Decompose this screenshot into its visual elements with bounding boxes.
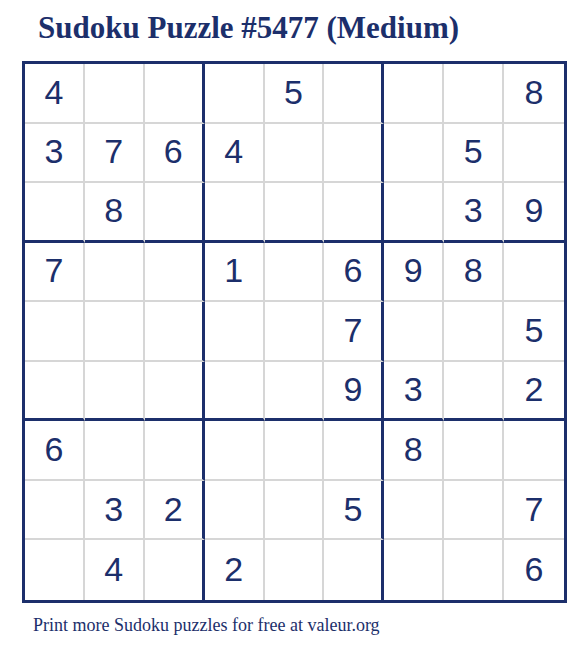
cell-r7c8 bbox=[444, 421, 504, 481]
given-digit: 4 bbox=[44, 75, 63, 109]
cell-r8c5 bbox=[265, 481, 325, 541]
given-digit: 4 bbox=[104, 552, 123, 586]
cell-r9c3 bbox=[145, 540, 205, 600]
cell-r3c3 bbox=[145, 183, 205, 243]
cell-r6c7: 3 bbox=[384, 362, 444, 422]
cell-r5c1 bbox=[25, 302, 85, 362]
cell-r7c6 bbox=[324, 421, 384, 481]
given-digit: 7 bbox=[44, 253, 63, 287]
cell-r2c3: 6 bbox=[145, 124, 205, 184]
given-digit: 1 bbox=[224, 253, 243, 287]
given-digit: 9 bbox=[404, 253, 423, 287]
cell-r4c7: 9 bbox=[384, 243, 444, 303]
cell-r6c2 bbox=[85, 362, 145, 422]
cell-r3c1 bbox=[25, 183, 85, 243]
cell-r2c2: 7 bbox=[85, 124, 145, 184]
cell-r8c3: 2 bbox=[145, 481, 205, 541]
cell-r4c9 bbox=[504, 243, 564, 303]
cell-r6c1 bbox=[25, 362, 85, 422]
cell-r9c1 bbox=[25, 540, 85, 600]
cell-r1c8 bbox=[444, 64, 504, 124]
sudoku-grid: 458376458397169875932683257426 bbox=[22, 61, 567, 603]
cell-r7c7: 8 bbox=[384, 421, 444, 481]
given-digit: 2 bbox=[224, 552, 243, 586]
given-digit: 8 bbox=[404, 432, 423, 466]
given-digit: 5 bbox=[464, 134, 483, 168]
page-title: Sudoku Puzzle #5477 (Medium) bbox=[38, 10, 459, 46]
cell-r6c5 bbox=[265, 362, 325, 422]
cell-r9c8 bbox=[444, 540, 504, 600]
given-digit: 7 bbox=[343, 313, 362, 347]
given-digit: 5 bbox=[525, 313, 544, 347]
given-digit: 6 bbox=[525, 552, 544, 586]
given-digit: 5 bbox=[343, 492, 362, 526]
cell-r7c3 bbox=[145, 421, 205, 481]
cell-r1c3 bbox=[145, 64, 205, 124]
cell-r4c3 bbox=[145, 243, 205, 303]
cell-r3c2: 8 bbox=[85, 183, 145, 243]
cell-r4c8: 8 bbox=[444, 243, 504, 303]
cell-r8c1 bbox=[25, 481, 85, 541]
cell-r3c5 bbox=[265, 183, 325, 243]
cell-r3c9: 9 bbox=[504, 183, 564, 243]
given-digit: 9 bbox=[525, 193, 544, 227]
cell-r1c2 bbox=[85, 64, 145, 124]
cell-r6c8 bbox=[444, 362, 504, 422]
given-digit: 3 bbox=[404, 372, 423, 406]
cell-r4c4: 1 bbox=[205, 243, 265, 303]
given-digit: 8 bbox=[104, 193, 123, 227]
cell-r4c5 bbox=[265, 243, 325, 303]
cell-r5c6: 7 bbox=[324, 302, 384, 362]
cell-r9c2: 4 bbox=[85, 540, 145, 600]
cell-r8c8 bbox=[444, 481, 504, 541]
cell-r7c9 bbox=[504, 421, 564, 481]
cell-r2c4: 4 bbox=[205, 124, 265, 184]
cell-r9c6 bbox=[324, 540, 384, 600]
given-digit: 4 bbox=[224, 134, 243, 168]
cell-r1c9: 8 bbox=[504, 64, 564, 124]
cell-r2c5 bbox=[265, 124, 325, 184]
given-digit: 3 bbox=[104, 492, 123, 526]
cell-r5c3 bbox=[145, 302, 205, 362]
cell-r9c5 bbox=[265, 540, 325, 600]
given-digit: 3 bbox=[44, 134, 63, 168]
sudoku-sheet: Sudoku Puzzle #5477 (Medium) 45837645839… bbox=[0, 0, 574, 651]
given-digit: 9 bbox=[343, 372, 362, 406]
cell-r8c9: 7 bbox=[504, 481, 564, 541]
cell-r2c1: 3 bbox=[25, 124, 85, 184]
cell-r7c1: 6 bbox=[25, 421, 85, 481]
cell-r3c6 bbox=[324, 183, 384, 243]
footer-credit: Print more Sudoku puzzles for free at va… bbox=[33, 615, 380, 636]
cell-r8c7 bbox=[384, 481, 444, 541]
cell-r3c8: 3 bbox=[444, 183, 504, 243]
cell-r8c4 bbox=[205, 481, 265, 541]
cell-r1c6 bbox=[324, 64, 384, 124]
cell-r5c7 bbox=[384, 302, 444, 362]
given-digit: 7 bbox=[104, 134, 123, 168]
cell-r9c7 bbox=[384, 540, 444, 600]
cell-r2c8: 5 bbox=[444, 124, 504, 184]
given-digit: 2 bbox=[525, 372, 544, 406]
given-digit: 8 bbox=[464, 253, 483, 287]
cell-r1c5: 5 bbox=[265, 64, 325, 124]
cell-r6c3 bbox=[145, 362, 205, 422]
cell-r9c4: 2 bbox=[205, 540, 265, 600]
cell-r2c7 bbox=[384, 124, 444, 184]
given-digit: 6 bbox=[164, 134, 183, 168]
cell-r2c9 bbox=[504, 124, 564, 184]
given-digit: 8 bbox=[525, 75, 544, 109]
given-digit: 6 bbox=[343, 253, 362, 287]
cell-r1c7 bbox=[384, 64, 444, 124]
cell-r4c1: 7 bbox=[25, 243, 85, 303]
given-digit: 3 bbox=[464, 193, 483, 227]
given-digit: 7 bbox=[525, 492, 544, 526]
cell-r8c6: 5 bbox=[324, 481, 384, 541]
cell-r3c7 bbox=[384, 183, 444, 243]
cell-r3c4 bbox=[205, 183, 265, 243]
cell-r1c1: 4 bbox=[25, 64, 85, 124]
given-digit: 2 bbox=[164, 492, 183, 526]
given-digit: 6 bbox=[44, 432, 63, 466]
cell-r9c9: 6 bbox=[504, 540, 564, 600]
cell-r8c2: 3 bbox=[85, 481, 145, 541]
cell-r7c5 bbox=[265, 421, 325, 481]
cell-r2c6 bbox=[324, 124, 384, 184]
cell-r6c9: 2 bbox=[504, 362, 564, 422]
cell-r7c2 bbox=[85, 421, 145, 481]
given-digit: 5 bbox=[284, 75, 303, 109]
cell-r4c2 bbox=[85, 243, 145, 303]
cell-r5c9: 5 bbox=[504, 302, 564, 362]
cell-r4c6: 6 bbox=[324, 243, 384, 303]
cell-r5c2 bbox=[85, 302, 145, 362]
cell-r1c4 bbox=[205, 64, 265, 124]
cell-r5c4 bbox=[205, 302, 265, 362]
cell-r6c4 bbox=[205, 362, 265, 422]
cell-r5c8 bbox=[444, 302, 504, 362]
cell-r6c6: 9 bbox=[324, 362, 384, 422]
cell-r7c4 bbox=[205, 421, 265, 481]
cell-r5c5 bbox=[265, 302, 325, 362]
